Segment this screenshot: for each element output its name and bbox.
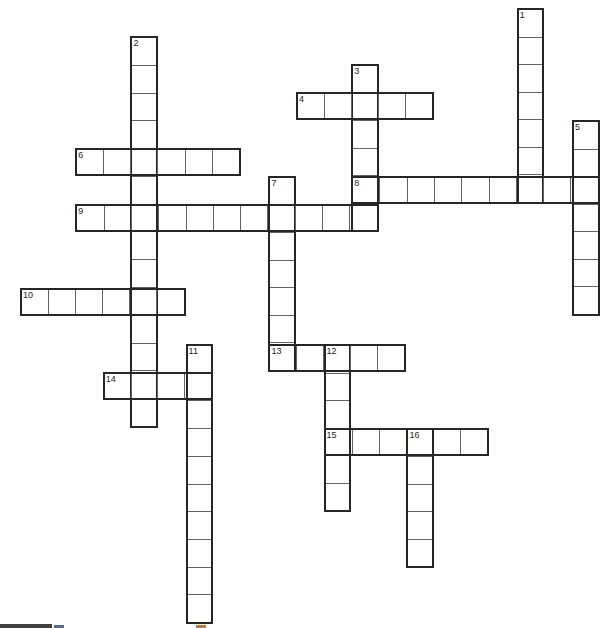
crossword-cell[interactable] [188,401,212,429]
crossword-cell[interactable] [186,150,213,174]
word-14-across [103,372,213,400]
crossword-cell[interactable] [132,94,156,122]
word-16-down [406,428,434,568]
crossword-cell[interactable] [406,94,432,118]
word-8-across [351,176,599,204]
word-4-across [296,92,434,120]
crossword-cell[interactable] [379,94,406,118]
crossword-cell[interactable] [323,206,350,230]
crossword-cell[interactable] [130,290,157,314]
crossword-cell[interactable] [214,206,241,230]
crossword-cell[interactable] [408,485,432,512]
crossword-cell[interactable] [408,178,435,202]
crossword-cell[interactable] [519,38,543,66]
crossword-cell[interactable] [350,206,376,230]
crossword-cell[interactable] [131,150,158,174]
clue-number-7: 7 [271,179,276,188]
word-5-down [572,120,600,316]
clue-number-13: 13 [271,347,281,356]
crossword-cell[interactable] [296,206,323,230]
crossword-cell[interactable] [434,430,461,454]
crossword-cell[interactable] [158,374,185,398]
crossword-cell[interactable] [408,512,432,539]
crossword-cell[interactable] [574,287,598,314]
crossword-cell[interactable] [517,178,544,202]
clue-number-1: 1 [520,11,525,20]
crossword-cell[interactable] [544,178,571,202]
clue-number-6: 6 [78,151,83,160]
word-6-across [75,148,241,176]
clue-number-3: 3 [354,67,359,76]
crossword-cell[interactable] [103,290,130,314]
crossword-cell[interactable] [378,346,404,370]
word-2-down [130,36,158,428]
crossword-cell[interactable] [326,374,350,402]
crossword-cell[interactable] [132,177,156,205]
clue-number-14: 14 [106,375,116,384]
crossword-cell[interactable] [104,150,131,174]
clue-number-15: 15 [327,431,337,440]
crossword-cell[interactable] [574,150,598,178]
crossword-cell[interactable] [519,120,543,148]
crossword-cell[interactable] [132,121,156,149]
crossword-cell[interactable] [49,290,76,314]
crossword-cell[interactable] [132,260,156,288]
crossword-cell[interactable] [185,374,211,398]
clue-number-8: 8 [354,179,359,188]
crossword-cell[interactable] [132,316,156,344]
crossword-cell[interactable] [188,485,212,513]
crossword-cell[interactable] [188,512,212,540]
cutoff-text-fragment-1 [0,624,52,628]
crossword-cell[interactable] [461,430,487,454]
crossword-cell[interactable] [132,399,156,426]
crossword-cell[interactable] [270,233,294,261]
crossword-cell[interactable] [268,206,295,230]
crossword-cell[interactable] [159,206,186,230]
crossword-cell[interactable] [408,457,432,484]
crossword-cell[interactable] [325,94,352,118]
crossword-cell[interactable] [519,148,543,176]
crossword-cell[interactable] [571,178,597,202]
word-10-across [20,288,186,316]
crossword-cell[interactable] [132,66,156,94]
crossword-cell[interactable] [351,346,378,370]
clue-number-16: 16 [409,431,419,440]
crossword-cell[interactable] [353,149,377,177]
crossword-cell[interactable] [380,430,407,454]
crossword-cell[interactable] [574,205,598,233]
crossword-cell[interactable] [132,344,156,372]
crossword-cell[interactable] [213,150,239,174]
crossword-cell[interactable] [435,178,462,202]
crossword-cell[interactable] [105,206,132,230]
crossword-cell[interactable] [188,568,212,596]
clue-number-11: 11 [189,347,198,356]
crossword-cell[interactable] [270,316,294,344]
crossword-cell[interactable] [353,430,380,454]
crossword-cell[interactable] [519,65,543,93]
clue-number-9: 9 [78,207,83,216]
crossword-cell[interactable] [574,260,598,288]
crossword-cell[interactable] [519,93,543,121]
crossword-cell[interactable] [241,206,268,230]
word-13-across [268,344,406,372]
clue-number-2: 2 [133,39,138,48]
crossword-cell[interactable] [326,401,350,429]
crossword-cell[interactable] [352,94,379,118]
crossword-cell[interactable] [270,261,294,289]
crossword-cell[interactable] [188,429,212,457]
crossword-cell[interactable] [380,178,407,202]
crossword-cell[interactable] [462,178,489,202]
crossword-cell[interactable] [158,150,185,174]
crossword-cell[interactable] [157,290,183,314]
clue-number-4: 4 [299,95,304,104]
crossword-cell[interactable] [188,457,212,485]
crossword-cell[interactable] [490,178,517,202]
crossword-cell[interactable] [353,121,377,149]
crossword-cell[interactable] [188,540,212,568]
word-1-down [517,8,545,204]
crossword-board: 12345678910111213141516 [0,0,613,628]
crossword-cell[interactable] [132,206,159,230]
crossword-puzzle: 12345678910111213141516 [0,0,613,628]
clue-number-12: 12 [327,347,337,356]
crossword-cell[interactable] [132,374,159,398]
crossword-cell[interactable] [574,232,598,260]
crossword-cell[interactable] [132,232,156,260]
word-9-across [75,204,379,232]
crossword-cell[interactable] [270,288,294,316]
crossword-cell[interactable] [326,456,350,484]
crossword-cell[interactable] [187,206,214,230]
clue-number-5: 5 [575,123,580,132]
crossword-cell[interactable] [408,540,432,566]
crossword-cell[interactable] [76,290,103,314]
crossword-cell[interactable] [326,484,350,511]
crossword-cell[interactable] [188,595,212,622]
crossword-cell[interactable] [297,346,324,370]
clue-number-10: 10 [23,291,33,300]
